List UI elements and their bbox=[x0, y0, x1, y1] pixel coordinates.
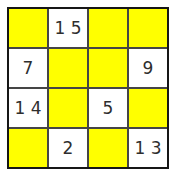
cell-r1c3-empty[interactable] bbox=[89, 9, 127, 47]
cell-r4c3-empty[interactable] bbox=[89, 129, 127, 167]
cell-r3c3-given: 5 bbox=[89, 89, 127, 127]
cell-r2c4-given: 9 bbox=[129, 49, 167, 87]
cell-r3c4-empty[interactable] bbox=[129, 89, 167, 127]
cell-r2c1-given: 7 bbox=[9, 49, 47, 87]
cell-r4c1-empty[interactable] bbox=[9, 129, 47, 167]
cell-r1c4-empty[interactable] bbox=[129, 9, 167, 47]
cell-r1c1-empty[interactable] bbox=[9, 9, 47, 47]
cell-r4c2-given: 2 bbox=[49, 129, 87, 167]
cell-r1c2-given: 1 5 bbox=[49, 9, 87, 47]
magic-square-board: 1 5791 4521 3 bbox=[7, 7, 169, 169]
cell-r3c2-empty[interactable] bbox=[49, 89, 87, 127]
cell-r4c4-given: 1 3 bbox=[129, 129, 167, 167]
cell-r2c2-empty[interactable] bbox=[49, 49, 87, 87]
cell-r2c3-empty[interactable] bbox=[89, 49, 127, 87]
cell-r3c1-given: 1 4 bbox=[9, 89, 47, 127]
